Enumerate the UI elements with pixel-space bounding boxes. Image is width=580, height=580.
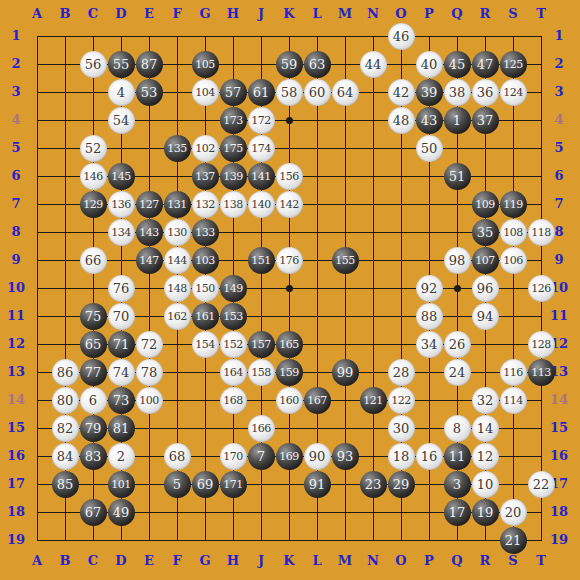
move-number: 57 (225, 86, 242, 99)
move-number: 32 (477, 394, 494, 407)
move-number: 158 (251, 367, 271, 378)
stone-black-29-O17: 29 (388, 471, 415, 498)
row-label-right-19: 19 (546, 526, 572, 554)
row-label-right-16: 16 (546, 442, 572, 470)
move-number: 81 (113, 422, 130, 435)
move-number: 94 (477, 310, 494, 323)
move-number: 60 (309, 86, 326, 99)
column-label-top-S: S (499, 7, 527, 21)
row-label-right-15: 15 (546, 414, 572, 442)
stone-black-113-T13: 113 (528, 359, 555, 386)
move-number: 44 (365, 58, 382, 71)
stone-black-17-Q18: 17 (444, 499, 471, 526)
stone-black-21-S19: 21 (500, 527, 527, 554)
move-number: 54 (113, 114, 130, 127)
row-label-right-11: 11 (546, 302, 572, 330)
move-number: 152 (223, 339, 243, 350)
move-number: 8 (453, 422, 461, 435)
move-number: 77 (85, 366, 102, 379)
stone-white-8-Q15: 8 (444, 415, 471, 442)
stone-white-50-P5: 50 (416, 135, 443, 162)
row-label-right-3: 3 (546, 78, 572, 106)
row-label-right-18: 18 (546, 498, 572, 526)
move-number: 29 (393, 478, 410, 491)
move-number: 49 (113, 506, 130, 519)
stone-black-19-R18: 19 (472, 499, 499, 526)
move-number: 30 (393, 422, 410, 435)
move-number: 91 (309, 478, 326, 491)
move-number: 88 (421, 310, 438, 323)
stone-white-26-Q12: 26 (444, 331, 471, 358)
column-label-bottom-P: P (415, 554, 443, 568)
move-number: 69 (197, 478, 214, 491)
column-label-top-Q: Q (443, 7, 471, 21)
stone-black-133-G8: 133 (192, 219, 219, 246)
column-label-bottom-C: C (79, 554, 107, 568)
row-label-right-5: 5 (546, 134, 572, 162)
move-number: 19 (477, 506, 494, 519)
stone-black-51-Q6: 51 (444, 163, 471, 190)
row-label-left-18: 18 (3, 498, 29, 526)
move-number: 168 (223, 395, 243, 406)
move-number: 86 (57, 366, 74, 379)
move-number: 166 (251, 423, 271, 434)
stone-white-70-D11: 70 (108, 303, 135, 330)
move-number: 26 (449, 338, 466, 351)
stone-white-136-D7: 136 (108, 191, 135, 218)
move-number: 127 (139, 199, 159, 210)
move-number: 148 (167, 283, 187, 294)
stone-white-116-S13: 116 (500, 359, 527, 386)
stone-white-156-K6: 156 (276, 163, 303, 190)
stone-white-80-B14: 80 (52, 387, 79, 414)
stone-white-108-S8: 108 (500, 219, 527, 246)
move-number: 92 (421, 282, 438, 295)
stone-black-139-H6: 139 (220, 163, 247, 190)
stone-black-3-Q17: 3 (444, 471, 471, 498)
move-number: 68 (169, 450, 186, 463)
stone-black-167-L14: 167 (304, 387, 331, 414)
stone-white-64-M3: 64 (332, 79, 359, 106)
stone-black-109-R7: 109 (472, 191, 499, 218)
stone-black-173-H4: 173 (220, 107, 247, 134)
move-number: 1 (453, 114, 461, 127)
move-number: 21 (505, 534, 522, 547)
stone-white-158-J13: 158 (248, 359, 275, 386)
stone-black-87-E2: 87 (136, 51, 163, 78)
stone-white-160-K14: 160 (276, 387, 303, 414)
move-number: 16 (421, 450, 438, 463)
move-number: 140 (251, 199, 271, 210)
move-number: 137 (195, 171, 215, 182)
column-label-bottom-J: J (247, 554, 275, 568)
stone-white-84-B16: 84 (52, 443, 79, 470)
row-label-left-3: 3 (3, 78, 29, 106)
move-number: 132 (195, 199, 215, 210)
column-label-top-F: F (163, 7, 191, 21)
move-number: 37 (477, 114, 494, 127)
stone-black-125-S2: 125 (500, 51, 527, 78)
column-label-bottom-L: L (303, 554, 331, 568)
move-number: 160 (279, 395, 299, 406)
stone-white-18-O16: 18 (388, 443, 415, 470)
star-point-K4 (286, 117, 293, 124)
move-number: 106 (503, 255, 523, 266)
move-number: 70 (113, 310, 130, 323)
stone-black-69-G17: 69 (192, 471, 219, 498)
stone-white-68-F16: 68 (164, 443, 191, 470)
stone-black-71-D12: 71 (108, 331, 135, 358)
move-number: 119 (503, 199, 523, 210)
stone-black-45-Q2: 45 (444, 51, 471, 78)
move-number: 170 (223, 451, 243, 462)
row-label-left-8: 8 (3, 218, 29, 246)
move-number: 66 (85, 254, 102, 267)
stone-white-28-O13: 28 (388, 359, 415, 386)
move-number: 7 (257, 450, 265, 463)
move-number: 85 (57, 478, 74, 491)
stone-white-124-S3: 124 (500, 79, 527, 106)
move-number: 96 (477, 282, 494, 295)
move-number: 156 (279, 171, 299, 182)
stone-white-134-D8: 134 (108, 219, 135, 246)
row-label-left-11: 11 (3, 302, 29, 330)
column-label-bottom-D: D (107, 554, 135, 568)
stone-white-118-T8: 118 (528, 219, 555, 246)
move-number: 169 (279, 451, 299, 462)
stone-black-101-D17: 101 (108, 471, 135, 498)
stone-white-54-D4: 54 (108, 107, 135, 134)
move-number: 20 (505, 506, 522, 519)
move-number: 17 (449, 506, 466, 519)
move-number: 175 (223, 143, 243, 154)
stone-white-22-T17: 22 (528, 471, 555, 498)
stone-black-127-E7: 127 (136, 191, 163, 218)
stone-white-100-E14: 100 (136, 387, 163, 414)
column-label-top-C: C (79, 7, 107, 21)
row-label-left-12: 12 (3, 330, 29, 358)
stone-white-114-S14: 114 (500, 387, 527, 414)
move-number: 174 (251, 143, 271, 154)
stone-black-49-D18: 49 (108, 499, 135, 526)
move-number: 171 (223, 479, 243, 490)
stone-white-104-G3: 104 (192, 79, 219, 106)
stone-black-171-H17: 171 (220, 471, 247, 498)
stone-white-24-Q13: 24 (444, 359, 471, 386)
move-number: 40 (421, 58, 438, 71)
move-number: 71 (113, 338, 130, 351)
stone-white-72-E12: 72 (136, 331, 163, 358)
move-number: 38 (449, 86, 466, 99)
stone-black-85-B17: 85 (52, 471, 79, 498)
stone-black-149-H10: 149 (220, 275, 247, 302)
move-number: 102 (195, 143, 215, 154)
stone-black-129-C7: 129 (80, 191, 107, 218)
row-label-right-6: 6 (546, 162, 572, 190)
stone-white-150-G10: 150 (192, 275, 219, 302)
stone-white-12-R16: 12 (472, 443, 499, 470)
stone-black-77-C13: 77 (80, 359, 107, 386)
move-number: 47 (477, 58, 494, 71)
row-label-left-7: 7 (3, 190, 29, 218)
stone-black-99-M13: 99 (332, 359, 359, 386)
row-label-right-9: 9 (546, 246, 572, 274)
column-label-top-R: R (471, 7, 499, 21)
move-number: 18 (393, 450, 410, 463)
stone-black-65-C12: 65 (80, 331, 107, 358)
move-number: 113 (531, 367, 551, 378)
stone-black-155-M9: 155 (332, 247, 359, 274)
move-number: 24 (449, 366, 466, 379)
move-number: 84 (57, 450, 74, 463)
move-number: 176 (279, 255, 299, 266)
row-label-left-15: 15 (3, 414, 29, 442)
move-number: 129 (83, 199, 103, 210)
move-number: 99 (337, 366, 354, 379)
move-number: 46 (393, 30, 410, 43)
move-number: 161 (195, 311, 215, 322)
move-number: 2 (117, 450, 125, 463)
move-number: 116 (503, 367, 523, 378)
move-number: 48 (393, 114, 410, 127)
move-number: 157 (251, 339, 271, 350)
stone-black-147-E9: 147 (136, 247, 163, 274)
stone-white-106-S9: 106 (500, 247, 527, 274)
stone-white-170-H16: 170 (220, 443, 247, 470)
move-number: 87 (141, 58, 158, 71)
stone-white-142-K7: 142 (276, 191, 303, 218)
stone-white-58-K3: 58 (276, 79, 303, 106)
stone-black-143-E8: 143 (136, 219, 163, 246)
stone-black-61-J3: 61 (248, 79, 275, 106)
stone-white-152-H12: 152 (220, 331, 247, 358)
column-label-bottom-B: B (51, 554, 79, 568)
stone-white-76-D10: 76 (108, 275, 135, 302)
stone-white-154-G12: 154 (192, 331, 219, 358)
move-number: 64 (337, 86, 354, 99)
move-number: 155 (335, 255, 355, 266)
move-number: 35 (477, 226, 494, 239)
row-label-left-9: 9 (3, 246, 29, 274)
stone-black-165-K12: 165 (276, 331, 303, 358)
stone-white-164-H13: 164 (220, 359, 247, 386)
move-number: 147 (139, 255, 159, 266)
star-point-K10 (286, 285, 293, 292)
stone-white-102-G5: 102 (192, 135, 219, 162)
stone-black-83-C16: 83 (80, 443, 107, 470)
stone-black-79-C15: 79 (80, 415, 107, 442)
move-number: 144 (167, 255, 187, 266)
move-number: 75 (85, 310, 102, 323)
move-number: 12 (477, 450, 494, 463)
move-number: 149 (223, 283, 243, 294)
move-number: 74 (113, 366, 130, 379)
move-number: 82 (57, 422, 74, 435)
stone-white-162-F11: 162 (164, 303, 191, 330)
move-number: 67 (85, 506, 102, 519)
star-point-Q10 (454, 285, 461, 292)
stone-black-157-J12: 157 (248, 331, 275, 358)
stone-white-46-O1: 46 (388, 23, 415, 50)
row-label-right-7: 7 (546, 190, 572, 218)
move-number: 22 (533, 478, 550, 491)
stone-white-52-C5: 52 (80, 135, 107, 162)
move-number: 93 (337, 450, 354, 463)
stone-white-32-R14: 32 (472, 387, 499, 414)
move-number: 153 (223, 311, 243, 322)
move-number: 10 (477, 478, 494, 491)
move-number: 150 (195, 283, 215, 294)
column-label-bottom-E: E (135, 554, 163, 568)
stone-black-103-G9: 103 (192, 247, 219, 274)
stone-black-137-G6: 137 (192, 163, 219, 190)
stone-black-135-F5: 135 (164, 135, 191, 162)
stone-black-91-L17: 91 (304, 471, 331, 498)
move-number: 43 (421, 114, 438, 127)
move-number: 165 (279, 339, 299, 350)
column-label-top-G: G (191, 7, 219, 21)
stone-white-146-C6: 146 (80, 163, 107, 190)
move-number: 80 (57, 394, 74, 407)
stone-black-131-F7: 131 (164, 191, 191, 218)
move-number: 6 (89, 394, 97, 407)
column-label-top-H: H (219, 7, 247, 21)
stone-black-141-J6: 141 (248, 163, 275, 190)
move-number: 118 (531, 227, 551, 238)
move-number: 36 (477, 86, 494, 99)
move-number: 162 (167, 311, 187, 322)
move-number: 72 (141, 338, 158, 351)
move-number: 142 (279, 199, 299, 210)
stone-black-169-K16: 169 (276, 443, 303, 470)
move-number: 34 (421, 338, 438, 351)
stone-white-98-Q9: 98 (444, 247, 471, 274)
move-number: 146 (83, 171, 103, 182)
move-number: 145 (111, 171, 131, 182)
stone-black-47-R2: 47 (472, 51, 499, 78)
move-number: 55 (113, 58, 130, 71)
stone-white-144-F9: 144 (164, 247, 191, 274)
stone-white-172-J4: 172 (248, 107, 275, 134)
stone-black-151-J9: 151 (248, 247, 275, 274)
stone-white-174-J5: 174 (248, 135, 275, 162)
move-number: 124 (503, 87, 523, 98)
stone-black-57-H3: 57 (220, 79, 247, 106)
move-number: 128 (531, 339, 551, 350)
stone-white-74-D13: 74 (108, 359, 135, 386)
row-label-left-2: 2 (3, 50, 29, 78)
stone-white-94-R11: 94 (472, 303, 499, 330)
move-number: 167 (307, 395, 327, 406)
stone-black-5-F17: 5 (164, 471, 191, 498)
move-number: 173 (223, 115, 243, 126)
stone-black-153-H11: 153 (220, 303, 247, 330)
stone-white-176-K9: 176 (276, 247, 303, 274)
move-number: 139 (223, 171, 243, 182)
move-number: 58 (281, 86, 298, 99)
move-number: 141 (251, 171, 271, 182)
stone-black-11-Q16: 11 (444, 443, 471, 470)
move-number: 105 (195, 59, 215, 70)
stone-black-75-C11: 75 (80, 303, 107, 330)
row-label-left-4: 4 (3, 106, 29, 134)
move-number: 104 (195, 87, 215, 98)
move-number: 53 (141, 86, 158, 99)
column-label-top-N: N (359, 7, 387, 21)
move-number: 52 (85, 142, 102, 155)
stone-white-38-Q3: 38 (444, 79, 471, 106)
move-number: 98 (449, 254, 466, 267)
column-label-top-K: K (275, 7, 303, 21)
stone-white-126-T10: 126 (528, 275, 555, 302)
stone-white-96-R10: 96 (472, 275, 499, 302)
column-label-bottom-G: G (191, 554, 219, 568)
move-number: 121 (363, 395, 383, 406)
move-number: 122 (391, 395, 411, 406)
stone-white-66-C9: 66 (80, 247, 107, 274)
move-number: 130 (167, 227, 187, 238)
move-number: 108 (503, 227, 523, 238)
stone-black-145-D6: 145 (108, 163, 135, 190)
stone-black-105-G2: 105 (192, 51, 219, 78)
stone-black-159-K13: 159 (276, 359, 303, 386)
row-label-left-5: 5 (3, 134, 29, 162)
stone-black-67-C18: 67 (80, 499, 107, 526)
stone-black-55-D2: 55 (108, 51, 135, 78)
stone-black-59-K2: 59 (276, 51, 303, 78)
column-label-top-E: E (135, 7, 163, 21)
column-label-bottom-M: M (331, 554, 359, 568)
row-label-left-19: 19 (3, 526, 29, 554)
move-number: 78 (141, 366, 158, 379)
stone-white-4-D3: 4 (108, 79, 135, 106)
move-number: 76 (113, 282, 130, 295)
row-label-left-13: 13 (3, 358, 29, 386)
stone-black-7-J16: 7 (248, 443, 275, 470)
move-number: 61 (253, 86, 270, 99)
stone-white-48-O4: 48 (388, 107, 415, 134)
stone-white-148-F10: 148 (164, 275, 191, 302)
move-number: 56 (85, 58, 102, 71)
row-label-left-10: 10 (3, 274, 29, 302)
stone-white-132-G7: 132 (192, 191, 219, 218)
stone-black-63-L2: 63 (304, 51, 331, 78)
move-number: 172 (251, 115, 271, 126)
stone-white-40-P2: 40 (416, 51, 443, 78)
move-number: 39 (421, 86, 438, 99)
stone-black-39-P3: 39 (416, 79, 443, 106)
move-number: 23 (365, 478, 382, 491)
stone-black-35-R8: 35 (472, 219, 499, 246)
stone-white-30-O15: 30 (388, 415, 415, 442)
move-number: 90 (309, 450, 326, 463)
stone-white-128-T12: 128 (528, 331, 555, 358)
column-label-top-D: D (107, 7, 135, 21)
column-label-bottom-N: N (359, 554, 387, 568)
row-label-left-6: 6 (3, 162, 29, 190)
stone-white-138-H7: 138 (220, 191, 247, 218)
column-label-bottom-A: A (23, 554, 51, 568)
column-label-top-P: P (415, 7, 443, 21)
column-label-top-T: T (527, 7, 555, 21)
move-number: 143 (139, 227, 159, 238)
move-number: 101 (111, 479, 131, 490)
move-number: 154 (195, 339, 215, 350)
move-number: 79 (85, 422, 102, 435)
move-number: 103 (195, 255, 215, 266)
row-label-left-16: 16 (3, 442, 29, 470)
stone-white-20-S18: 20 (500, 499, 527, 526)
